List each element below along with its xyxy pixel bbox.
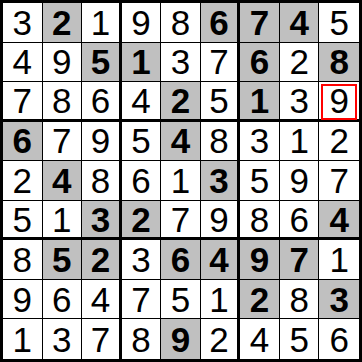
- cell-r2c5[interactable]: 3: [161, 43, 201, 83]
- cell-r9c6[interactable]: 2: [201, 319, 241, 359]
- cell-r6c5[interactable]: 7: [161, 201, 201, 241]
- cell-r1c6[interactable]: 6: [201, 3, 241, 43]
- cell-r3c5[interactable]: 2: [161, 82, 201, 122]
- cell-r1c8[interactable]: 4: [280, 3, 320, 43]
- cell-r4c2[interactable]: 7: [43, 122, 83, 162]
- cell-r9c3[interactable]: 7: [82, 319, 122, 359]
- cell-r5c8[interactable]: 9: [280, 161, 320, 201]
- cell-r9c5[interactable]: 9: [161, 319, 201, 359]
- cell-r7c8[interactable]: 7: [280, 240, 320, 280]
- cell-r3c6[interactable]: 5: [201, 82, 241, 122]
- cell-r1c7[interactable]: 7: [240, 3, 280, 43]
- cell-r7c2[interactable]: 5: [43, 240, 83, 280]
- cell-r9c2[interactable]: 3: [43, 319, 83, 359]
- cell-r2c4[interactable]: 1: [122, 43, 162, 83]
- cell-r8c2[interactable]: 6: [43, 280, 83, 320]
- cell-r3c9[interactable]: 9: [319, 82, 359, 122]
- cell-r4c3[interactable]: 9: [82, 122, 122, 162]
- cell-r5c2[interactable]: 4: [43, 161, 83, 201]
- cell-r1c4[interactable]: 9: [122, 3, 162, 43]
- cell-r2c1[interactable]: 4: [3, 43, 43, 83]
- cell-r5c3[interactable]: 8: [82, 161, 122, 201]
- cell-r6c8[interactable]: 6: [280, 201, 320, 241]
- cell-r7c1[interactable]: 8: [3, 240, 43, 280]
- cell-r8c4[interactable]: 7: [122, 280, 162, 320]
- cell-r9c9[interactable]: 6: [319, 319, 359, 359]
- cell-r1c9[interactable]: 5: [319, 3, 359, 43]
- sudoku-board: 3219867454951376287864251396795483122486…: [0, 0, 362, 362]
- cell-r6c4[interactable]: 2: [122, 201, 162, 241]
- cell-r8c6[interactable]: 1: [201, 280, 241, 320]
- cell-r4c5[interactable]: 4: [161, 122, 201, 162]
- cell-r3c3[interactable]: 6: [82, 82, 122, 122]
- cell-r5c5[interactable]: 1: [161, 161, 201, 201]
- cell-r1c2[interactable]: 2: [43, 3, 83, 43]
- cell-r7c6[interactable]: 4: [201, 240, 241, 280]
- cell-r2c8[interactable]: 2: [280, 43, 320, 83]
- cell-r4c1[interactable]: 6: [3, 122, 43, 162]
- cell-r4c4[interactable]: 5: [122, 122, 162, 162]
- cell-r1c3[interactable]: 1: [82, 3, 122, 43]
- cell-r3c4[interactable]: 4: [122, 82, 162, 122]
- cell-r6c2[interactable]: 1: [43, 201, 83, 241]
- cell-r6c9[interactable]: 4: [319, 201, 359, 241]
- cell-r5c9[interactable]: 7: [319, 161, 359, 201]
- cell-r6c7[interactable]: 8: [240, 201, 280, 241]
- cell-r3c8[interactable]: 3: [280, 82, 320, 122]
- cell-r3c2[interactable]: 8: [43, 82, 83, 122]
- cell-r5c6[interactable]: 3: [201, 161, 241, 201]
- cell-r9c1[interactable]: 1: [3, 319, 43, 359]
- cell-r2c6[interactable]: 7: [201, 43, 241, 83]
- cell-r7c7[interactable]: 9: [240, 240, 280, 280]
- cell-r4c8[interactable]: 1: [280, 122, 320, 162]
- cell-r7c9[interactable]: 1: [319, 240, 359, 280]
- cell-r3c7[interactable]: 1: [240, 82, 280, 122]
- cell-r1c1[interactable]: 3: [3, 3, 43, 43]
- cell-r2c9[interactable]: 8: [319, 43, 359, 83]
- cell-r2c7[interactable]: 6: [240, 43, 280, 83]
- cell-r8c8[interactable]: 8: [280, 280, 320, 320]
- cell-r5c4[interactable]: 6: [122, 161, 162, 201]
- cell-r6c1[interactable]: 5: [3, 201, 43, 241]
- cell-r9c4[interactable]: 8: [122, 319, 162, 359]
- cell-r4c7[interactable]: 3: [240, 122, 280, 162]
- cell-r4c6[interactable]: 8: [201, 122, 241, 162]
- cell-r7c5[interactable]: 6: [161, 240, 201, 280]
- cell-r8c7[interactable]: 2: [240, 280, 280, 320]
- cell-r7c4[interactable]: 3: [122, 240, 162, 280]
- cell-r7c3[interactable]: 2: [82, 240, 122, 280]
- cell-r5c1[interactable]: 2: [3, 161, 43, 201]
- cell-r8c3[interactable]: 4: [82, 280, 122, 320]
- cell-r8c9[interactable]: 3: [319, 280, 359, 320]
- cell-r6c6[interactable]: 9: [201, 201, 241, 241]
- cell-r5c7[interactable]: 5: [240, 161, 280, 201]
- cell-r9c7[interactable]: 4: [240, 319, 280, 359]
- cell-r9c8[interactable]: 5: [280, 319, 320, 359]
- cell-r8c1[interactable]: 9: [3, 280, 43, 320]
- cell-r2c2[interactable]: 9: [43, 43, 83, 83]
- cell-r6c3[interactable]: 3: [82, 201, 122, 241]
- cell-r4c9[interactable]: 2: [319, 122, 359, 162]
- cell-r8c5[interactable]: 5: [161, 280, 201, 320]
- cell-r3c1[interactable]: 7: [3, 82, 43, 122]
- cell-r2c3[interactable]: 5: [82, 43, 122, 83]
- cell-r1c5[interactable]: 8: [161, 3, 201, 43]
